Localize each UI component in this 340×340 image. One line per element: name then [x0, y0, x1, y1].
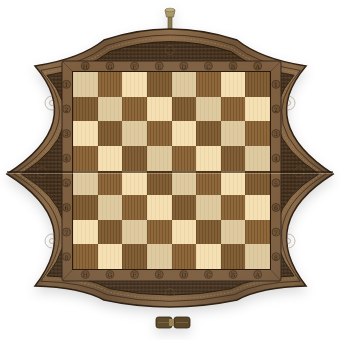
square-e8[interactable] [147, 244, 172, 269]
square-e4[interactable] [147, 146, 172, 171]
square-c5[interactable] [196, 171, 221, 196]
square-b5[interactable] [221, 171, 246, 196]
square-h1[interactable] [73, 72, 98, 97]
square-b4[interactable] [221, 146, 246, 171]
square-c7[interactable] [196, 220, 221, 245]
square-c3[interactable] [196, 121, 221, 146]
square-d5[interactable] [172, 171, 197, 196]
brass-pin-latch [165, 8, 175, 30]
square-d6[interactable] [172, 195, 197, 220]
square-g2[interactable] [98, 97, 123, 122]
square-a6[interactable] [245, 195, 270, 220]
square-e3[interactable] [147, 121, 172, 146]
square-a8[interactable] [245, 244, 270, 269]
square-h6[interactable] [73, 195, 98, 220]
square-a4[interactable] [245, 146, 270, 171]
square-e2[interactable] [147, 97, 172, 122]
square-g3[interactable] [98, 121, 123, 146]
square-f3[interactable] [122, 121, 147, 146]
square-e7[interactable] [147, 220, 172, 245]
square-c6[interactable] [196, 195, 221, 220]
square-h4[interactable] [73, 146, 98, 171]
square-e5[interactable] [147, 171, 172, 196]
square-b6[interactable] [221, 195, 246, 220]
square-h2[interactable] [73, 97, 98, 122]
square-g5[interactable] [98, 171, 123, 196]
square-h8[interactable] [73, 244, 98, 269]
square-f5[interactable] [122, 171, 147, 196]
square-d3[interactable] [172, 121, 197, 146]
square-c4[interactable] [196, 146, 221, 171]
square-b3[interactable] [221, 121, 246, 146]
square-f1[interactable] [122, 72, 147, 97]
square-b2[interactable] [221, 97, 246, 122]
square-d1[interactable] [172, 72, 197, 97]
square-c1[interactable] [196, 72, 221, 97]
square-a3[interactable] [245, 121, 270, 146]
square-d4[interactable] [172, 146, 197, 171]
fold-seam-highlight [7, 173, 333, 174]
square-g6[interactable] [98, 195, 123, 220]
square-h3[interactable] [73, 121, 98, 146]
brass-hinges [156, 317, 190, 328]
square-f7[interactable] [122, 220, 147, 245]
square-d8[interactable] [172, 244, 197, 269]
square-d7[interactable] [172, 220, 197, 245]
square-c2[interactable] [196, 97, 221, 122]
square-h5[interactable] [73, 171, 98, 196]
square-a2[interactable] [245, 97, 270, 122]
square-g8[interactable] [98, 244, 123, 269]
square-a5[interactable] [245, 171, 270, 196]
square-b8[interactable] [221, 244, 246, 269]
square-b1[interactable] [221, 72, 246, 97]
square-h7[interactable] [73, 220, 98, 245]
chess-box-photo: HHGGFFEEDDCCBBAA1122334455667788 [0, 0, 340, 340]
square-a1[interactable] [245, 72, 270, 97]
square-e6[interactable] [147, 195, 172, 220]
square-f8[interactable] [122, 244, 147, 269]
square-a7[interactable] [245, 220, 270, 245]
square-g7[interactable] [98, 220, 123, 245]
square-e1[interactable] [147, 72, 172, 97]
square-f2[interactable] [122, 97, 147, 122]
square-b7[interactable] [221, 220, 246, 245]
square-g1[interactable] [98, 72, 123, 97]
square-g4[interactable] [98, 146, 123, 171]
square-f4[interactable] [122, 146, 147, 171]
square-d2[interactable] [172, 97, 197, 122]
square-c8[interactable] [196, 244, 221, 269]
square-f6[interactable] [122, 195, 147, 220]
